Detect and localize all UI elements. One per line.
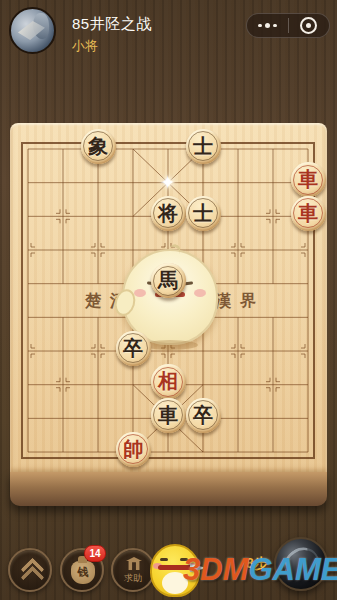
shrine-icon (126, 557, 142, 570)
miniprogram-capsule (246, 13, 330, 38)
piece-red[interactable]: 車 (291, 196, 326, 231)
piece-red[interactable]: 相 (151, 364, 186, 399)
xiangqi-board[interactable]: 楚河 漢界 ✦ 象士車将士車馬卒相車卒帥 (10, 123, 327, 472)
menu-expand-button[interactable] (8, 548, 52, 592)
piece-black[interactable]: 車 (151, 398, 186, 433)
piece-red[interactable]: 帥 (116, 432, 151, 467)
avatar[interactable] (9, 7, 56, 54)
piece-black[interactable]: 士 (186, 129, 221, 164)
money-bag-icon: 钱 (71, 561, 95, 584)
move-highlight-sparkle: ✦ (153, 168, 183, 198)
level-title: 85井陉之战 (72, 15, 152, 34)
step-counter: 8步 (246, 555, 268, 573)
piece-black[interactable]: 卒 (116, 331, 151, 366)
piece-black[interactable]: 将 (151, 196, 186, 231)
piece-black[interactable]: 卒 (186, 398, 221, 433)
more-button[interactable] (247, 14, 288, 37)
piece-black[interactable]: 馬 (151, 263, 186, 298)
dark-stone-button[interactable] (274, 537, 328, 591)
coins-badge: 14 (84, 545, 106, 562)
help-label: 求助 (113, 572, 153, 585)
piece-red[interactable]: 車 (291, 162, 326, 197)
river-label-right: 漢界 (210, 291, 270, 312)
app-screen: 85井陉之战 小将 楚河 漢界 ✦ 象士車将士車馬卒相車卒帥 钱 14 (0, 0, 337, 600)
target-circle-icon (300, 17, 317, 34)
more-icon (258, 23, 277, 29)
level-rank-label: 小将 (72, 37, 98, 55)
piece-black[interactable]: 士 (186, 196, 221, 231)
exit-button[interactable] (289, 14, 330, 37)
board-edge (10, 472, 327, 506)
chick-sword-mascot (148, 542, 206, 600)
piece-black[interactable]: 象 (81, 129, 116, 164)
